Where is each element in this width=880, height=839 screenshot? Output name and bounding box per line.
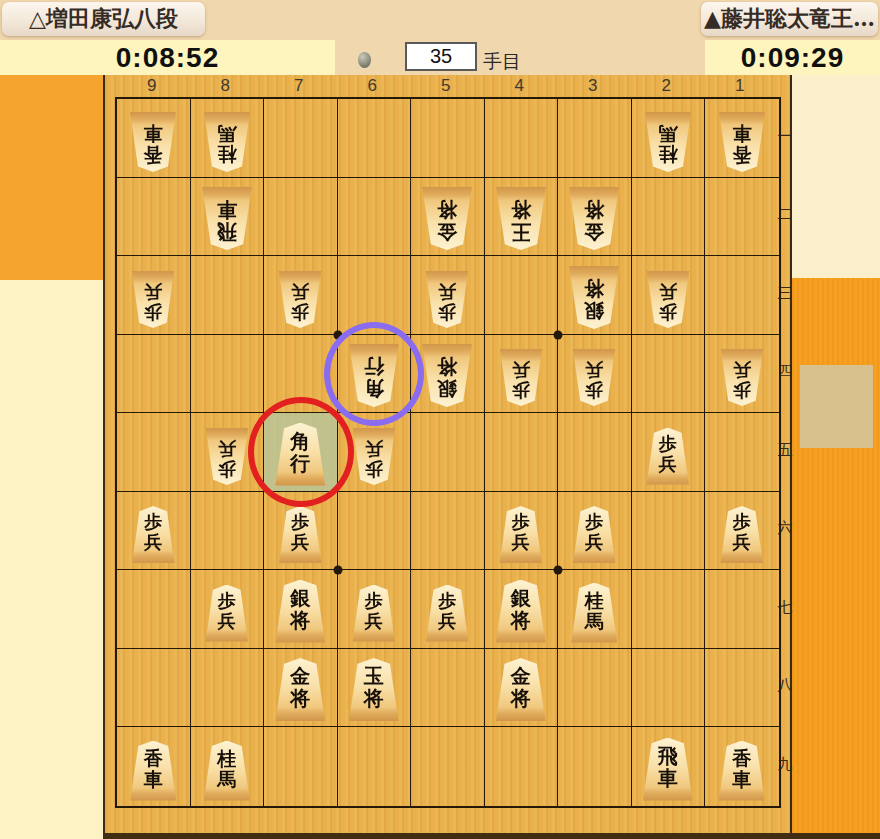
piece-歩兵-sente[interactable]: 歩兵 [351,585,397,642]
piece-glyph: 歩 [659,434,677,454]
piece-glyph: 玉 [364,665,384,687]
piece-glyph: 銀 [290,587,310,609]
piece-glyph: 兵 [585,360,603,380]
square-3-4[interactable]: 歩兵 [558,335,632,414]
right-cream-panel [792,75,880,278]
piece-glyph: 歩 [733,380,751,400]
piece-glyph: 桂 [217,748,236,769]
piece-金将-sente[interactable]: 金将 [494,658,548,721]
clock-sente: 0:09:29 [741,42,845,74]
square-9-3[interactable]: 歩兵 [117,256,191,335]
piece-歩兵-sente[interactable]: 歩兵 [277,506,323,563]
piece-glyph: 車 [732,769,751,790]
piece-glyph: 歩 [218,458,236,478]
move-number-value: 35 [430,45,452,68]
star-point [554,330,563,339]
move-number-input[interactable]: 35 [405,42,477,71]
piece-glyph: 将 [437,198,457,220]
piece-glyph: 兵 [365,611,383,631]
square-1-7[interactable] [705,570,779,649]
file-label-6: 6 [336,75,410,97]
piece-glyph: 兵 [733,360,751,380]
clock-gote: 0:08:52 [116,42,220,74]
piece-桂馬-gote[interactable]: 桂馬 [202,112,252,172]
shogi-board: 987654321 一二三四五六七八九 香車桂馬桂馬香車飛車金将王将金将歩兵歩兵… [103,75,792,839]
piece-glyph: 香 [144,143,163,164]
piece-glyph: 歩 [438,301,456,321]
piece-銀将-gote[interactable]: 銀将 [567,266,621,329]
piece-金将-sente[interactable]: 金将 [273,658,327,721]
square-1-5[interactable] [705,413,779,492]
piece-銀将-sente[interactable]: 銀将 [494,580,548,643]
piece-歩兵-sente[interactable]: 歩兵 [719,506,765,563]
piece-glyph: 将 [437,355,457,377]
square-8-9[interactable]: 桂馬 [191,727,265,806]
square-5-3[interactable]: 歩兵 [411,256,485,335]
piece-歩兵-gote[interactable]: 歩兵 [719,349,765,406]
square-8-5[interactable]: 歩兵 [191,413,265,492]
piece-glyph: 金 [437,221,457,243]
piece-glyph: 将 [511,687,531,709]
square-2-2[interactable] [632,178,706,257]
move-number-suffix: 手目 [483,49,521,75]
square-7-7[interactable]: 銀将 [264,570,338,649]
piece-glyph: 兵 [512,532,530,552]
piece-glyph: 車 [144,769,163,790]
square-5-9[interactable] [411,727,485,806]
file-label-8: 8 [189,75,263,97]
piece-歩兵-sente[interactable]: 歩兵 [424,585,470,642]
square-5-5[interactable] [411,413,485,492]
piece-glyph: 銀 [511,587,531,609]
player-name-sente: ▲藤井聡太竜王… [704,4,875,34]
square-1-2[interactable] [705,178,779,257]
piece-glyph: 将 [290,687,310,709]
piece-glyph: 歩 [585,512,603,532]
piece-glyph: 桂 [658,143,677,164]
board-grid: 香車桂馬桂馬香車飛車金将王将金将歩兵歩兵歩兵銀将歩兵角行銀将歩兵歩兵歩兵歩兵角行… [115,97,781,808]
piece-飛車-sente[interactable]: 飛車 [641,738,695,801]
piece-glyph: 歩 [218,591,236,611]
piece-glyph: 兵 [438,281,456,301]
square-8-6[interactable] [191,492,265,571]
piece-glyph: 飛 [658,745,678,767]
square-8-2[interactable]: 飛車 [191,178,265,257]
piece-glyph: 歩 [512,380,530,400]
square-6-5[interactable]: 歩兵 [338,413,412,492]
piece-歩兵-gote[interactable]: 歩兵 [204,428,250,485]
piece-金将-gote[interactable]: 金将 [567,187,621,250]
piece-glyph: 銀 [584,299,604,321]
square-9-6[interactable]: 歩兵 [117,492,191,571]
player-name-gote: △増田康弘八段 [29,4,178,34]
square-8-8[interactable] [191,649,265,728]
square-5-8[interactable] [411,649,485,728]
square-7-8[interactable]: 金将 [264,649,338,728]
piece-glyph: 兵 [733,532,751,552]
piece-glyph: 馬 [658,122,677,143]
square-3-8[interactable] [558,649,632,728]
square-9-9[interactable]: 香車 [117,727,191,806]
piece-glyph: 兵 [144,281,162,301]
piece-glyph: 将 [364,687,384,709]
piece-王将-gote[interactable]: 王将 [494,187,548,250]
square-4-1[interactable] [485,99,559,178]
piece-歩兵-sente[interactable]: 歩兵 [130,506,176,563]
piece-glyph: 行 [364,355,384,377]
square-5-2[interactable]: 金将 [411,178,485,257]
piece-歩兵-gote[interactable]: 歩兵 [351,428,397,485]
square-9-1[interactable]: 香車 [117,99,191,178]
square-9-8[interactable] [117,649,191,728]
piece-glyph: 兵 [438,611,456,631]
square-9-4[interactable] [117,335,191,414]
square-3-3[interactable]: 銀将 [558,256,632,335]
file-label-5: 5 [409,75,483,97]
piece-glyph: 歩 [585,380,603,400]
piece-角行-gote[interactable]: 角行 [347,344,401,407]
square-3-6[interactable]: 歩兵 [558,492,632,571]
piece-歩兵-sente[interactable]: 歩兵 [645,428,691,485]
square-1-9[interactable]: 香車 [705,727,779,806]
right-orange-panel [792,278,880,839]
file-label-3: 3 [556,75,630,97]
piece-glyph: 歩 [291,512,309,532]
piece-歩兵-sente[interactable]: 歩兵 [498,506,544,563]
piece-glyph: 歩 [144,301,162,321]
piece-歩兵-gote[interactable]: 歩兵 [498,349,544,406]
square-2-4[interactable] [632,335,706,414]
clock-panel-gote: 0:08:52 [0,40,335,75]
square-7-6[interactable]: 歩兵 [264,492,338,571]
left-orange-panel [0,75,103,280]
square-9-2[interactable] [117,178,191,257]
piece-glyph: 桂 [585,590,604,611]
square-1-1[interactable]: 香車 [705,99,779,178]
square-7-1[interactable] [264,99,338,178]
piece-桂馬-sente[interactable]: 桂馬 [569,583,619,643]
piece-歩兵-gote[interactable]: 歩兵 [424,271,470,328]
square-4-4[interactable]: 歩兵 [485,335,559,414]
piece-glyph: 兵 [144,532,162,552]
piece-glyph: 歩 [659,301,677,321]
piece-glyph: 兵 [585,532,603,552]
piece-glyph: 角 [290,430,310,452]
piece-glyph: 車 [144,122,163,143]
piece-玉将-sente[interactable]: 玉将 [347,658,401,721]
square-8-3[interactable] [191,256,265,335]
star-point [333,566,342,575]
piece-glyph: 金 [511,665,531,687]
square-2-9[interactable]: 飛車 [632,727,706,806]
piece-金将-gote[interactable]: 金将 [420,187,474,250]
square-6-1[interactable] [338,99,412,178]
piece-glyph: 兵 [218,438,236,458]
square-7-2[interactable] [264,178,338,257]
piece-glyph: 車 [732,122,751,143]
file-label-4: 4 [483,75,557,97]
square-2-1[interactable]: 桂馬 [632,99,706,178]
square-1-3[interactable] [705,256,779,335]
square-4-6[interactable]: 歩兵 [485,492,559,571]
board-bottom-edge [103,833,880,839]
left-komadai-panel [0,280,103,839]
piece-glyph: 将 [584,198,604,220]
piece-glyph: 兵 [659,281,677,301]
piece-glyph: 香 [732,748,751,769]
square-7-3[interactable]: 歩兵 [264,256,338,335]
star-point [554,566,563,575]
square-3-1[interactable] [558,99,632,178]
square-1-8[interactable] [705,649,779,728]
piece-glyph: 歩 [365,591,383,611]
square-7-9[interactable] [264,727,338,806]
piece-glyph: 飛 [217,221,237,243]
piece-glyph: 王 [511,221,531,243]
file-label-1: 1 [703,75,777,97]
piece-glyph: 馬 [217,122,236,143]
piece-glyph: 歩 [365,458,383,478]
piece-glyph: 馬 [217,769,236,790]
piece-glyph: 金 [584,221,604,243]
square-5-1[interactable] [411,99,485,178]
square-2-6[interactable] [632,492,706,571]
piece-香車-gote[interactable]: 香車 [128,112,178,172]
square-5-4[interactable]: 銀将 [411,335,485,414]
piece-glyph: 車 [658,767,678,789]
piece-glyph: 将 [511,609,531,631]
piece-glyph: 歩 [733,512,751,532]
piece-glyph: 兵 [365,438,383,458]
piece-歩兵-gote[interactable]: 歩兵 [645,271,691,328]
square-8-4[interactable] [191,335,265,414]
piece-桂馬-gote[interactable]: 桂馬 [643,112,693,172]
piece-香車-sente[interactable]: 香車 [717,741,767,801]
piece-角行-sente[interactable]: 角行 [273,423,327,486]
square-2-5[interactable]: 歩兵 [632,413,706,492]
clock-panel-sente: 0:09:29 [705,40,880,75]
square-6-7[interactable]: 歩兵 [338,570,412,649]
player-plate-sente: ▲藤井聡太竜王… [701,2,878,36]
piece-glyph: 車 [217,198,237,220]
piece-glyph: 兵 [512,360,530,380]
square-2-8[interactable] [632,649,706,728]
piece-glyph: 銀 [437,378,457,400]
file-label-2: 2 [630,75,704,97]
square-4-2[interactable]: 王将 [485,178,559,257]
right-komadai-box [800,365,873,448]
piece-glyph: 香 [732,143,751,164]
piece-香車-sente[interactable]: 香車 [128,741,178,801]
piece-飛車-gote[interactable]: 飛車 [200,187,254,250]
square-3-5[interactable] [558,413,632,492]
piece-glyph: 兵 [291,532,309,552]
piece-glyph: 将 [511,198,531,220]
piece-glyph: 歩 [291,301,309,321]
piece-glyph: 歩 [438,591,456,611]
square-6-8[interactable]: 玉将 [338,649,412,728]
piece-glyph: 金 [290,665,310,687]
piece-歩兵-gote[interactable]: 歩兵 [277,271,323,328]
square-1-4[interactable]: 歩兵 [705,335,779,414]
piece-glyph: 兵 [659,454,677,474]
piece-glyph: 歩 [144,512,162,532]
piece-香車-gote[interactable]: 香車 [717,112,767,172]
piece-glyph: 行 [290,452,310,474]
square-7-4[interactable] [264,335,338,414]
square-8-7[interactable]: 歩兵 [191,570,265,649]
square-4-7[interactable]: 銀将 [485,570,559,649]
piece-歩兵-gote[interactable]: 歩兵 [571,349,617,406]
piece-桂馬-sente[interactable]: 桂馬 [202,741,252,801]
square-5-6[interactable] [411,492,485,571]
piece-歩兵-sente[interactable]: 歩兵 [204,585,250,642]
square-4-5[interactable] [485,413,559,492]
piece-glyph: 将 [290,609,310,631]
file-labels: 987654321 [115,75,777,97]
square-4-9[interactable] [485,727,559,806]
status-sphere-icon [358,52,371,68]
square-3-9[interactable] [558,727,632,806]
piece-glyph: 兵 [291,281,309,301]
piece-銀将-gote[interactable]: 銀将 [420,344,474,407]
square-2-3[interactable]: 歩兵 [632,256,706,335]
square-9-5[interactable] [117,413,191,492]
piece-glyph: 馬 [585,611,604,632]
piece-歩兵-gote[interactable]: 歩兵 [130,271,176,328]
square-8-1[interactable]: 桂馬 [191,99,265,178]
square-7-5[interactable]: 角行 [264,413,338,492]
piece-glyph: 将 [584,277,604,299]
piece-glyph: 桂 [217,143,236,164]
star-point [333,330,342,339]
piece-歩兵-sente[interactable]: 歩兵 [571,506,617,563]
square-9-7[interactable] [117,570,191,649]
square-1-6[interactable]: 歩兵 [705,492,779,571]
file-label-9: 9 [115,75,189,97]
piece-glyph: 角 [364,378,384,400]
square-4-8[interactable]: 金将 [485,649,559,728]
player-plate-gote: △増田康弘八段 [2,2,205,36]
piece-glyph: 歩 [512,512,530,532]
square-2-7[interactable] [632,570,706,649]
square-6-2[interactable] [338,178,412,257]
piece-glyph: 香 [144,748,163,769]
piece-glyph: 兵 [218,611,236,631]
square-3-2[interactable]: 金将 [558,178,632,257]
square-6-6[interactable] [338,492,412,571]
square-6-4[interactable]: 角行 [338,335,412,414]
square-4-3[interactable] [485,256,559,335]
square-3-7[interactable]: 桂馬 [558,570,632,649]
piece-銀将-sente[interactable]: 銀将 [273,580,327,643]
square-6-9[interactable] [338,727,412,806]
square-5-7[interactable]: 歩兵 [411,570,485,649]
square-6-3[interactable] [338,256,412,335]
file-label-7: 7 [262,75,336,97]
